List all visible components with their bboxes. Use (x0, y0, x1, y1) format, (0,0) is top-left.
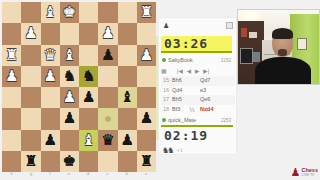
square[interactable] (98, 87, 117, 108)
file-label: f (49, 171, 50, 176)
square[interactable] (79, 45, 98, 66)
square[interactable]: ♟ (2, 66, 21, 87)
square[interactable]: ♟ (41, 130, 60, 151)
black-pawn-piece[interactable]: ♟ (140, 111, 153, 126)
game-panel-card: ♟ 03:26 SaltyBook 2152 ▦ |◀ ◀ ▶ ▶| 15Bh6… (159, 18, 236, 154)
move-row[interactable]: 15Bh6Qd7 (161, 76, 235, 86)
first-move-icon[interactable]: |◀ (177, 68, 183, 74)
square[interactable] (79, 23, 98, 44)
square[interactable] (98, 66, 117, 87)
chess-board[interactable]: ♝♚♜♟♟♜♛♝♟♟♟♟♞♞♟♟♝♟♟♟♝♛♟♜♚♜ (2, 2, 156, 172)
white-pawn-piece[interactable]: ♟ (140, 48, 153, 63)
captured-pieces-tray: ♞♞ +1 (162, 145, 232, 155)
square[interactable]: ♞ (79, 66, 98, 87)
black-knight-piece[interactable]: ♞ (63, 69, 76, 84)
square[interactable] (98, 151, 117, 172)
square[interactable]: ♟ (98, 23, 117, 44)
square[interactable]: ♟ (60, 87, 79, 108)
white-pawn-piece[interactable]: ♟ (43, 69, 56, 84)
black-move[interactable]: e3 (200, 86, 230, 96)
square[interactable] (21, 45, 40, 66)
square[interactable] (137, 66, 156, 87)
last-move-icon[interactable]: ▶| (203, 68, 209, 74)
square[interactable]: ♝ (60, 45, 79, 66)
resign-flag-icon[interactable]: ⚐ (205, 106, 210, 113)
white-pawn-piece[interactable]: ♟ (101, 26, 114, 41)
move-hint-dot (105, 116, 111, 122)
channel-watermark: ♟ Chess LIVE TV (291, 167, 318, 178)
square[interactable] (98, 108, 117, 129)
move-number: 15 (161, 76, 172, 86)
white-pawn-piece[interactable]: ♟ (24, 26, 37, 41)
square[interactable] (118, 23, 137, 44)
square[interactable]: ♟ (21, 23, 40, 44)
square[interactable] (60, 23, 79, 44)
square[interactable]: ♟ (118, 130, 137, 151)
black-queen-piece[interactable]: ♛ (101, 133, 114, 148)
square[interactable] (118, 2, 137, 23)
file-label: c (107, 171, 109, 176)
black-knight-piece[interactable]: ♞ (82, 69, 95, 84)
white-pawn-piece[interactable]: ♟ (5, 69, 18, 84)
panel-edge-highlight (156, 36, 158, 140)
white-king-piece[interactable]: ♚ (63, 5, 76, 20)
black-bishop-piece[interactable]: ♝ (120, 90, 133, 105)
black-pawn-piece[interactable]: ♟ (120, 133, 133, 148)
square[interactable] (98, 2, 117, 23)
black-move[interactable]: Qd7 (200, 76, 230, 86)
square[interactable]: ♟ (41, 66, 60, 87)
black-pawn-piece[interactable]: ♟ (63, 111, 76, 126)
stream-frame: ♝♚♜♟♟♜♛♝♟♟♟♟♞♞♟♟♝♟♟♟♝♛♟♜♚♜ hgfedcba ♟ 03… (0, 0, 320, 180)
square[interactable]: ♟ (137, 108, 156, 129)
bottom-player-name[interactable]: quick_Mate (168, 117, 221, 123)
square[interactable] (118, 66, 137, 87)
game-actions: ½ ⚐ (189, 104, 235, 114)
webcam-lamp (242, 11, 258, 20)
square[interactable] (137, 87, 156, 108)
square[interactable] (2, 23, 21, 44)
webcam-picture-frame (297, 38, 307, 50)
black-rook-piece[interactable]: ♜ (24, 154, 37, 169)
online-dot-icon (162, 118, 166, 122)
square[interactable]: ♚ (60, 151, 79, 172)
draw-offer-button[interactable]: ½ (189, 106, 195, 113)
bottom-player-clock: 02:19 (161, 128, 234, 144)
black-king-piece[interactable]: ♚ (63, 154, 76, 169)
square[interactable] (137, 130, 156, 151)
settings-icon[interactable] (226, 22, 233, 29)
white-rook-piece[interactable]: ♜ (5, 48, 18, 63)
square[interactable] (21, 87, 40, 108)
black-pawn-piece[interactable]: ♟ (101, 48, 114, 63)
square[interactable] (79, 108, 98, 129)
square[interactable]: ♟ (60, 108, 79, 129)
square[interactable]: ♟ (79, 87, 98, 108)
game-panel: ♟ 03:26 SaltyBook 2152 ▦ |◀ ◀ ▶ ▶| 15Bh6… (158, 0, 237, 180)
prev-move-icon[interactable]: ◀ (187, 68, 191, 74)
streamer-beard (278, 49, 287, 56)
file-label: e (68, 171, 70, 176)
square[interactable]: ♝ (79, 130, 98, 151)
black-pawn-piece[interactable]: ♟ (43, 133, 56, 148)
square[interactable] (41, 151, 60, 172)
move-nav: ▦ |◀ ◀ ▶ ▶| (161, 66, 235, 75)
square[interactable]: ♟ (98, 45, 117, 66)
square[interactable] (118, 108, 137, 129)
captured-knight-icons: ♞♞ (162, 146, 172, 155)
bottom-player-row: quick_Mate 2253 (161, 115, 233, 127)
square[interactable]: ♞ (60, 66, 79, 87)
shelf-item (241, 28, 247, 37)
square[interactable] (2, 2, 21, 23)
square[interactable] (2, 87, 21, 108)
white-pawn-piece[interactable]: ♟ (63, 90, 76, 105)
square[interactable] (2, 108, 21, 129)
square[interactable] (41, 108, 60, 129)
streamer-hair (272, 28, 293, 39)
webcam (237, 9, 320, 85)
file-label: h (11, 171, 13, 176)
square[interactable] (41, 87, 60, 108)
shelf-item (253, 52, 260, 62)
game-icon: ♟ (163, 22, 169, 30)
square[interactable]: ♛ (41, 45, 60, 66)
file-label: d (87, 171, 89, 176)
white-bishop-piece[interactable]: ♝ (63, 48, 76, 63)
shelf-item (240, 48, 253, 64)
bottom-player-rating: 2253 (221, 118, 233, 123)
square[interactable] (118, 45, 137, 66)
file-label: b (126, 171, 128, 176)
move-number: 18 (161, 105, 172, 115)
square[interactable]: ♜ (137, 2, 156, 23)
square[interactable] (41, 23, 60, 44)
square[interactable] (137, 23, 156, 44)
square[interactable] (79, 2, 98, 23)
square[interactable]: ♜ (137, 151, 156, 172)
watermark-piece-icon: ♟ (291, 167, 301, 178)
board-file-labels: hgfedcba (2, 171, 156, 176)
white-bishop-piece[interactable]: ♝ (82, 133, 95, 148)
watermark-sub: LIVE TV (301, 173, 318, 177)
move-number: 17 (161, 95, 172, 105)
square[interactable]: ♛ (98, 130, 117, 151)
square[interactable] (2, 130, 21, 151)
square[interactable] (21, 108, 40, 129)
square[interactable] (21, 2, 40, 23)
next-move-icon[interactable]: ▶ (195, 68, 199, 74)
square[interactable]: ♜ (21, 151, 40, 172)
black-rook-piece[interactable]: ♜ (140, 154, 153, 169)
square[interactable]: ♟ (137, 45, 156, 66)
flip-board-icon[interactable]: ▦ (161, 67, 167, 74)
square[interactable]: ♝ (41, 2, 60, 23)
white-move[interactable]: Qd4 (172, 86, 200, 96)
top-player-rating: 2152 (221, 58, 233, 63)
shelf-item (249, 32, 257, 38)
square[interactable] (21, 130, 40, 151)
move-number: 16 (161, 86, 172, 96)
top-player-name[interactable]: SaltyBook (168, 57, 221, 63)
square[interactable]: ♚ (60, 2, 79, 23)
square[interactable]: ♝ (118, 87, 137, 108)
white-queen-piece[interactable]: ♛ (43, 48, 56, 63)
move-row[interactable]: 16Qd4e3 (161, 86, 235, 96)
square[interactable] (60, 130, 79, 151)
square[interactable]: ♜ (2, 45, 21, 66)
square[interactable] (21, 66, 40, 87)
material-advantage: +1 (176, 148, 183, 153)
top-player-clock: 03:26 (161, 36, 232, 53)
white-bishop-piece[interactable]: ♝ (43, 5, 56, 20)
square[interactable] (118, 151, 137, 172)
black-pawn-piece[interactable]: ♟ (82, 90, 95, 105)
white-rook-piece[interactable]: ♜ (140, 5, 153, 20)
square[interactable] (79, 151, 98, 172)
streamer-torso (255, 57, 311, 85)
square[interactable] (2, 151, 21, 172)
online-dot-icon (162, 58, 166, 62)
file-label: g (30, 171, 32, 176)
file-label: a (145, 171, 147, 176)
white-move[interactable]: Bh6 (172, 76, 200, 86)
top-player-row: SaltyBook 2152 (161, 55, 233, 65)
